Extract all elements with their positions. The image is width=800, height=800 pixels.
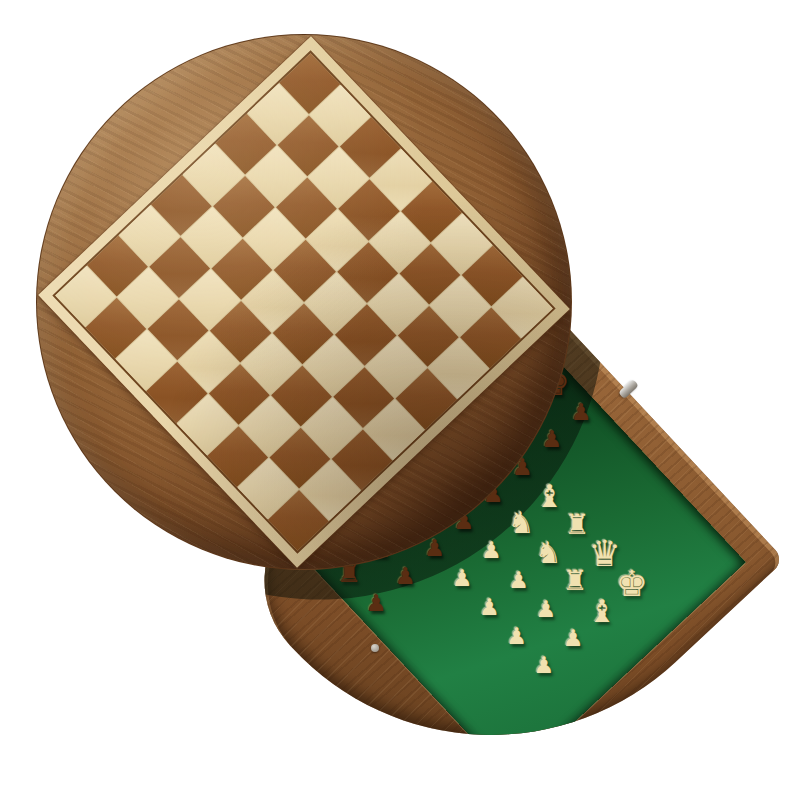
tray-piece-dark-p: ♟ xyxy=(571,400,592,423)
tray-piece-light-b: ♝ xyxy=(536,480,564,511)
tray-piece-light-r: ♜ xyxy=(565,511,590,539)
tray-piece-light-p: ♟ xyxy=(479,595,500,618)
tray-piece-light-p: ♟ xyxy=(481,539,502,562)
tray-piece-light-n: ♞ xyxy=(507,508,534,538)
tray-piece-light-p: ♟ xyxy=(506,625,527,648)
tray-piece-dark-p: ♟ xyxy=(542,428,563,451)
tray-piece-light-p: ♟ xyxy=(536,597,557,620)
product-photo: ♚♟♛♟♝♟♝♜♛♚♞♟♞♞♜♝♜♟♟♟♟♟♝♟♟♟♟♟♞♟♜♟ xyxy=(0,0,800,800)
tray-piece-light-n: ♞ xyxy=(534,537,561,567)
tray-piece-light-k: ♚ xyxy=(616,566,648,602)
tray-piece-light-p: ♟ xyxy=(508,568,529,591)
tray-piece-light-p: ♟ xyxy=(452,566,473,589)
tray-piece-dark-p: ♟ xyxy=(425,537,446,560)
tray-piece-dark-p: ♟ xyxy=(395,564,416,587)
tray-piece-light-r: ♜ xyxy=(563,568,588,596)
lid-sheen xyxy=(37,35,571,569)
hinge-pin-icon xyxy=(371,644,379,652)
tray-piece-dark-p: ♟ xyxy=(366,591,387,614)
tray-piece-light-p: ♟ xyxy=(534,654,555,677)
tray-piece-light-b: ♝ xyxy=(589,595,617,626)
tray-piece-light-p: ♟ xyxy=(563,627,584,650)
round-chess-board-lid xyxy=(36,34,572,570)
